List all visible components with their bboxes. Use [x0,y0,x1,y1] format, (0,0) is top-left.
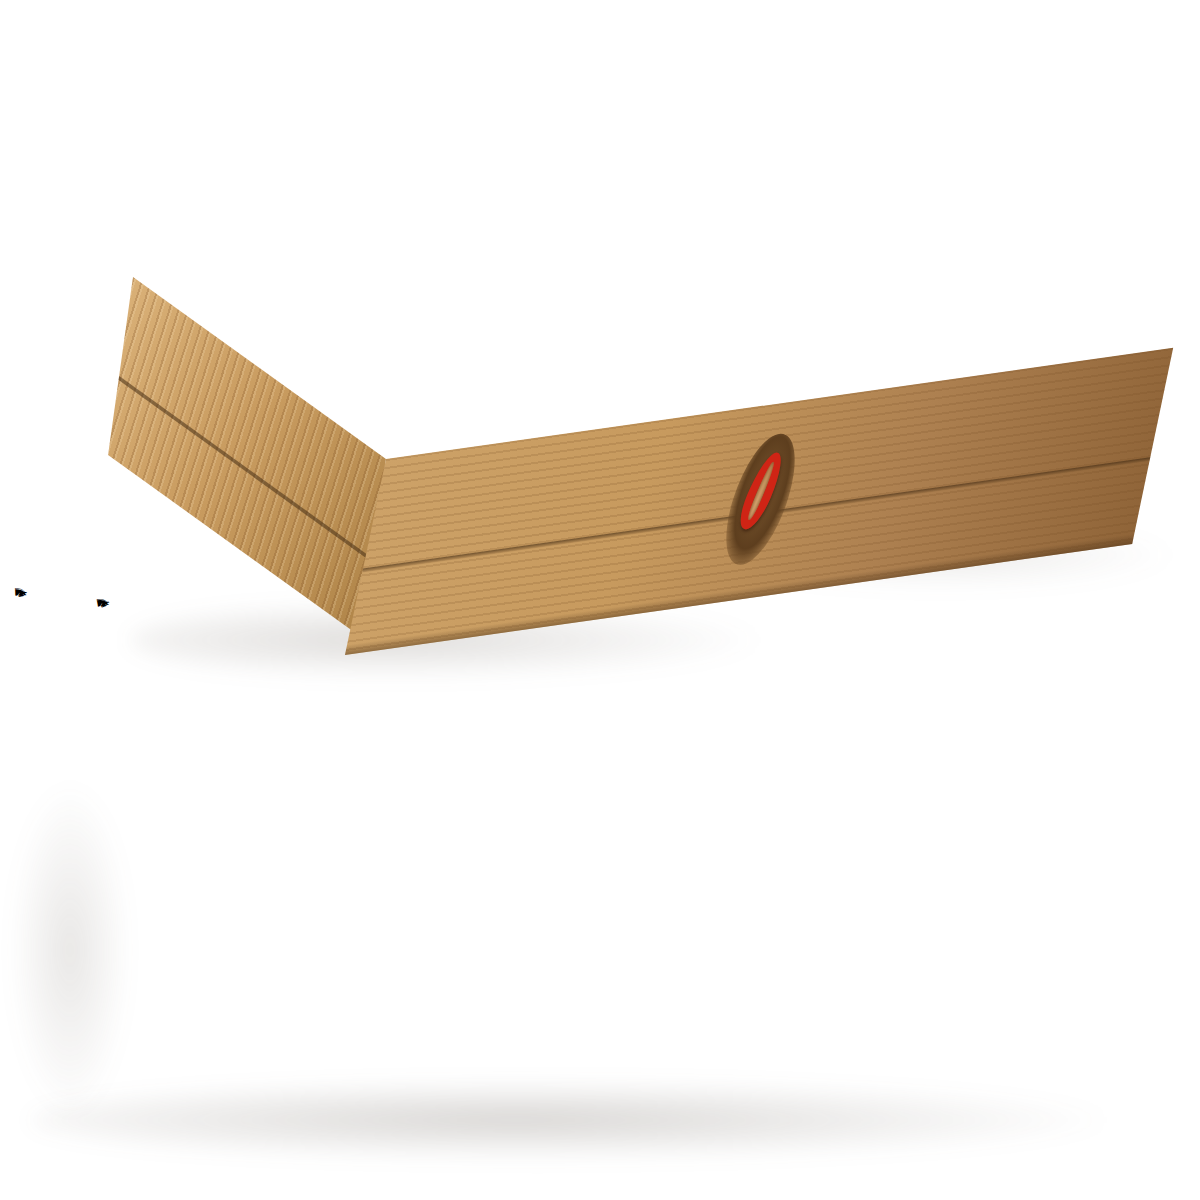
piece-body [0,0,599,42]
knight-icon: ♞ [92,594,113,611]
piece-body [0,0,599,31]
lid-square-light [133,166,920,277]
piece-body [0,0,627,104]
lid-square-light [133,166,920,277]
tray-shadow [30,1080,1110,1160]
lid-square-light [133,166,920,277]
lid-square-dark [133,166,920,277]
board-border-inner [133,166,920,277]
lid-square-dark [133,166,920,277]
piece-finial-tip [0,0,599,42]
lid-square-dark [133,166,920,277]
lid-square-light [133,166,920,277]
lid-square-light [133,166,920,277]
lid-square-light [133,166,920,277]
piece-turned-rings [0,0,644,106]
piece-body [0,0,650,115]
lid-square-dark [133,166,920,277]
lid-square-light [133,166,920,277]
knight-icon: ♞ [11,585,30,600]
tray-pieces: ♞♞ [0,0,1200,38]
piece-turned-rings [0,0,627,104]
lid-square-dark [133,166,920,277]
lid-square-dark [133,166,920,277]
board-border-outer [133,166,920,277]
lid-square-dark [133,166,920,277]
light-chess-piece-egg[interactable] [0,0,644,106]
lid-square-dark [133,166,920,277]
chess-box-product-photo: ♞♞ [0,0,1200,1200]
piece-turned-rings [0,0,628,44]
piece-turned-rings [0,0,599,31]
piece-turned-rings [0,0,599,42]
piece-finial-tip [0,0,627,104]
tray-shadow-left [10,780,130,1120]
lid-square-dark [133,166,920,277]
lid-square-light [133,166,920,277]
lid-square-light [133,166,920,277]
lid-square-dark [133,166,920,277]
lid-square-light [133,166,920,277]
lid-square-dark [133,166,920,277]
lid-square-dark [133,166,920,277]
piece-tray: ♞♞ [0,0,1200,38]
lid-square-dark [133,166,920,277]
lid-square-light [133,166,920,277]
lid-square-dark [133,166,920,277]
piece-body [0,0,628,44]
dark-chess-piece-point[interactable] [0,0,599,42]
lid-square-light [133,166,920,277]
piece-turned-rings [0,0,650,115]
lid-square-dark [133,166,920,277]
lid-square-light [133,166,920,277]
lid-square-dark [133,166,920,277]
lid-board-grid [133,166,920,277]
dark-chess-piece-cup[interactable] [0,0,599,31]
lid-square-light [133,166,920,277]
wood-grain [133,166,920,277]
lid-square-light [133,166,920,277]
light-chess-piece-point[interactable] [0,0,627,104]
piece-body [0,0,644,106]
dark-chess-piece-egg[interactable] [0,0,650,115]
lid-square-light [133,166,920,277]
dark-chess-piece-egg[interactable] [0,0,628,44]
